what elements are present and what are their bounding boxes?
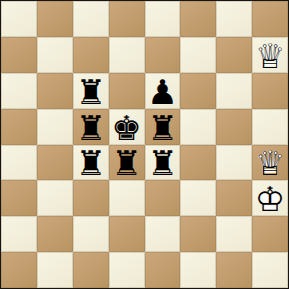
square-a1[interactable] <box>1 252 37 288</box>
black-rook[interactable]: ♜ <box>109 146 145 182</box>
square-d7[interactable] <box>109 37 145 73</box>
white-queen-outline: ♕ <box>252 38 288 74</box>
square-e1[interactable] <box>145 252 181 288</box>
square-b6[interactable] <box>37 73 73 109</box>
square-f3[interactable] <box>180 180 216 216</box>
square-a3[interactable] <box>1 180 37 216</box>
square-h5[interactable] <box>252 109 288 145</box>
square-a7[interactable] <box>1 37 37 73</box>
square-c7[interactable] <box>73 37 109 73</box>
square-d4[interactable]: ♜ <box>109 145 145 181</box>
square-e8[interactable] <box>145 1 181 37</box>
square-c4[interactable]: ♜ <box>73 145 109 181</box>
square-a4[interactable] <box>1 145 37 181</box>
white-king-outline: ♔ <box>252 181 288 217</box>
square-e6[interactable]: ♟ <box>145 73 181 109</box>
square-h2[interactable] <box>252 216 288 252</box>
white-king[interactable]: ♚♔ <box>252 181 288 217</box>
square-c8[interactable] <box>73 1 109 37</box>
square-b3[interactable] <box>37 180 73 216</box>
black-rook[interactable]: ♜ <box>73 110 109 146</box>
square-c1[interactable] <box>73 252 109 288</box>
square-d2[interactable] <box>109 216 145 252</box>
square-f5[interactable] <box>180 109 216 145</box>
square-f1[interactable] <box>180 252 216 288</box>
square-d3[interactable] <box>109 180 145 216</box>
square-f8[interactable] <box>180 1 216 37</box>
square-g8[interactable] <box>216 1 252 37</box>
square-b5[interactable] <box>37 109 73 145</box>
black-rook[interactable]: ♜ <box>145 110 181 146</box>
chess-board: ♛♕♜♟♜♚♜♜♜♜♛♕♚♔ <box>0 0 289 289</box>
square-e7[interactable] <box>145 37 181 73</box>
square-a6[interactable] <box>1 73 37 109</box>
square-g6[interactable] <box>216 73 252 109</box>
square-d5[interactable]: ♚ <box>109 109 145 145</box>
black-king[interactable]: ♚ <box>109 110 145 146</box>
white-queen[interactable]: ♛♕ <box>252 146 288 182</box>
square-d8[interactable] <box>109 1 145 37</box>
square-e2[interactable] <box>145 216 181 252</box>
square-h1[interactable] <box>252 252 288 288</box>
square-e4[interactable]: ♜ <box>145 145 181 181</box>
square-d1[interactable] <box>109 252 145 288</box>
square-a8[interactable] <box>1 1 37 37</box>
white-queen-outline: ♕ <box>252 146 288 182</box>
square-b8[interactable] <box>37 1 73 37</box>
black-rook[interactable]: ♜ <box>145 146 181 182</box>
square-b2[interactable] <box>37 216 73 252</box>
square-a2[interactable] <box>1 216 37 252</box>
square-h4[interactable]: ♛♕ <box>252 145 288 181</box>
square-g7[interactable] <box>216 37 252 73</box>
square-b4[interactable] <box>37 145 73 181</box>
square-f2[interactable] <box>180 216 216 252</box>
square-h3[interactable]: ♚♔ <box>252 180 288 216</box>
square-h7[interactable]: ♛♕ <box>252 37 288 73</box>
square-f6[interactable] <box>180 73 216 109</box>
square-c3[interactable] <box>73 180 109 216</box>
black-rook[interactable]: ♜ <box>73 146 109 182</box>
black-pawn[interactable]: ♟ <box>145 74 181 110</box>
square-e3[interactable] <box>145 180 181 216</box>
square-c6[interactable]: ♜ <box>73 73 109 109</box>
square-b1[interactable] <box>37 252 73 288</box>
white-queen[interactable]: ♛♕ <box>252 38 288 74</box>
square-e5[interactable]: ♜ <box>145 109 181 145</box>
square-f7[interactable] <box>180 37 216 73</box>
square-c5[interactable]: ♜ <box>73 109 109 145</box>
square-g2[interactable] <box>216 216 252 252</box>
square-b7[interactable] <box>37 37 73 73</box>
black-rook[interactable]: ♜ <box>73 74 109 110</box>
square-h6[interactable] <box>252 73 288 109</box>
square-a5[interactable] <box>1 109 37 145</box>
square-f4[interactable] <box>180 145 216 181</box>
square-g5[interactable] <box>216 109 252 145</box>
square-g4[interactable] <box>216 145 252 181</box>
square-d6[interactable] <box>109 73 145 109</box>
square-c2[interactable] <box>73 216 109 252</box>
square-g1[interactable] <box>216 252 252 288</box>
square-g3[interactable] <box>216 180 252 216</box>
square-h8[interactable] <box>252 1 288 37</box>
